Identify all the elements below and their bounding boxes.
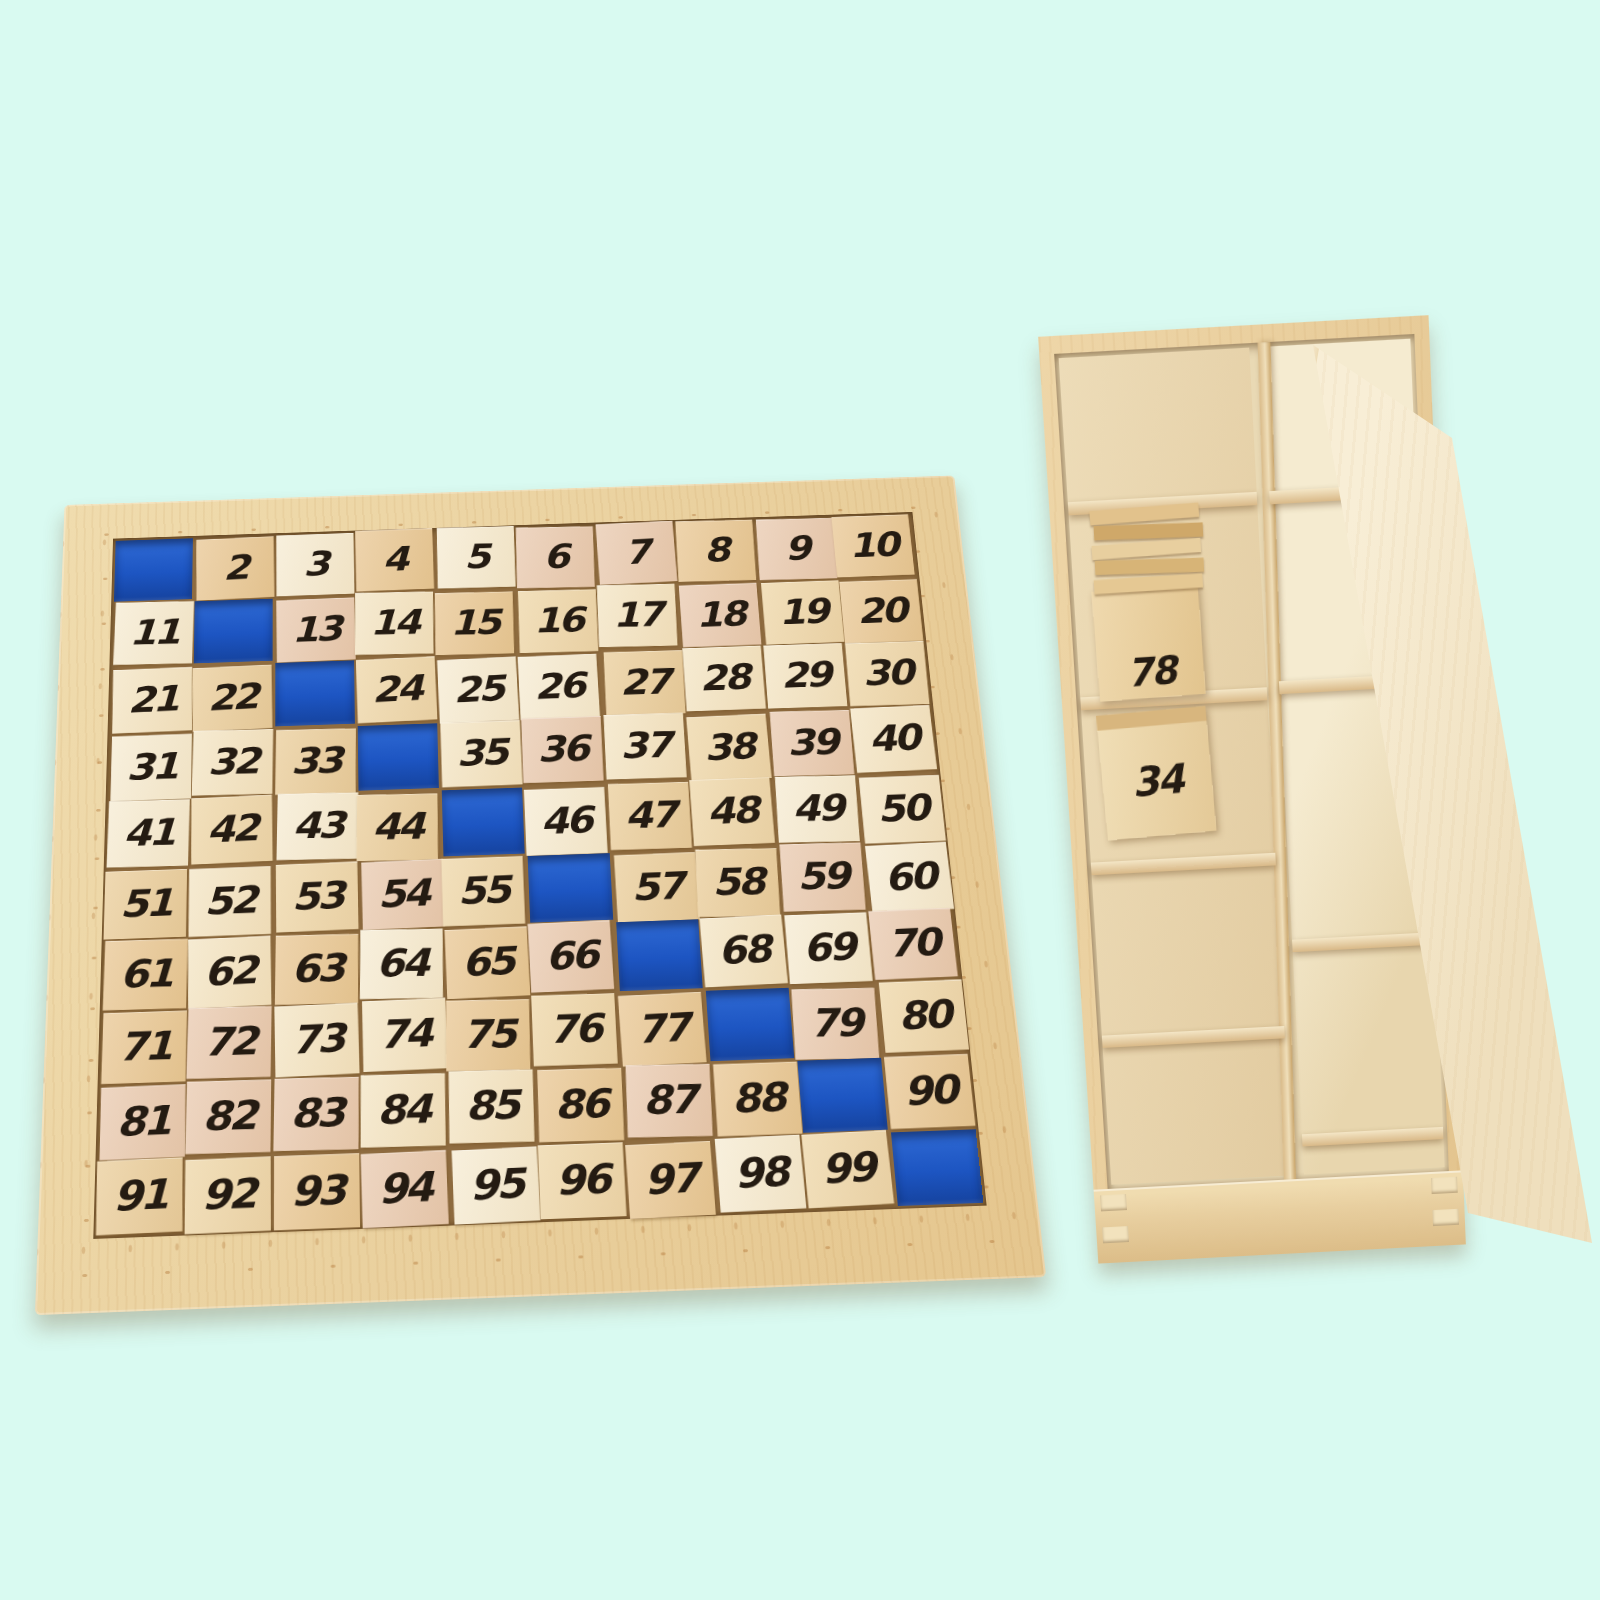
tile-77[interactable]: 77 xyxy=(618,992,707,1067)
tile-88[interactable]: 88 xyxy=(713,1062,803,1137)
board-grid: 2345678910111314151617181920212224252627… xyxy=(93,512,986,1239)
tile-47[interactable]: 47 xyxy=(607,781,691,849)
tile-40[interactable]: 40 xyxy=(850,705,937,773)
empty-square-67[interactable] xyxy=(616,920,703,992)
tray-tile-78[interactable]: 78 xyxy=(1091,584,1205,702)
tile-72[interactable]: 72 xyxy=(186,1006,271,1079)
tile-35[interactable]: 35 xyxy=(441,719,523,787)
tile-30[interactable]: 30 xyxy=(845,641,930,706)
tile-76[interactable]: 76 xyxy=(532,993,619,1066)
tile-15[interactable]: 15 xyxy=(435,591,515,655)
finger-joint xyxy=(1432,1209,1459,1226)
tile-3[interactable]: 3 xyxy=(277,533,355,596)
tile-4[interactable]: 4 xyxy=(355,528,434,591)
tile-74[interactable]: 74 xyxy=(362,998,448,1072)
empty-square-45[interactable] xyxy=(442,787,525,856)
tile-85[interactable]: 85 xyxy=(449,1069,535,1143)
finger-joint xyxy=(1100,1194,1127,1211)
tile-91[interactable]: 91 xyxy=(96,1157,183,1235)
stacked-tile-edge[interactable] xyxy=(1094,573,1203,594)
empty-square-34[interactable] xyxy=(358,723,439,790)
tile-79[interactable]: 79 xyxy=(791,988,879,1060)
tile-70[interactable]: 70 xyxy=(868,908,958,980)
tile-55[interactable]: 55 xyxy=(442,856,526,926)
empty-square-100[interactable] xyxy=(891,1129,984,1206)
tile-61[interactable]: 61 xyxy=(103,939,188,1011)
tile-36[interactable]: 36 xyxy=(522,716,605,783)
tile-54[interactable]: 54 xyxy=(362,858,446,929)
tile-24[interactable]: 24 xyxy=(356,656,438,723)
tile-50[interactable]: 50 xyxy=(859,775,946,844)
tile-64[interactable]: 64 xyxy=(360,929,443,1000)
tile-59[interactable]: 59 xyxy=(779,842,865,911)
tile-19[interactable]: 19 xyxy=(761,580,845,644)
hundred-board-frame: 2345678910111314151617181920212224252627… xyxy=(35,476,1046,1316)
tile-11[interactable]: 11 xyxy=(113,601,194,665)
tile-25[interactable]: 25 xyxy=(437,656,519,723)
tile-20[interactable]: 20 xyxy=(839,579,923,643)
stacked-tile-edge[interactable] xyxy=(1094,522,1204,540)
empty-square-78[interactable] xyxy=(706,988,795,1061)
tile-22[interactable]: 22 xyxy=(193,664,273,731)
tile-81[interactable]: 81 xyxy=(100,1084,186,1160)
tile-41[interactable]: 41 xyxy=(107,799,190,867)
tile-31[interactable]: 31 xyxy=(110,733,192,801)
tile-39[interactable]: 39 xyxy=(770,710,855,776)
tile-83[interactable]: 83 xyxy=(274,1077,360,1151)
tile-73[interactable]: 73 xyxy=(275,1003,360,1078)
scene: 2345678910111314151617181920212224252627… xyxy=(0,0,1600,1600)
stacked-spare-tiles[interactable] xyxy=(1089,504,1203,597)
tile-18[interactable]: 18 xyxy=(678,583,761,648)
tile-65[interactable]: 65 xyxy=(445,927,531,1000)
tile-75[interactable]: 75 xyxy=(446,999,531,1071)
tile-6[interactable]: 6 xyxy=(516,526,595,588)
tile-46[interactable]: 46 xyxy=(524,787,608,856)
tile-43[interactable]: 43 xyxy=(277,792,359,860)
tile-28[interactable]: 28 xyxy=(682,645,766,711)
tile-84[interactable]: 84 xyxy=(361,1073,446,1147)
tile-27[interactable]: 27 xyxy=(603,650,685,715)
tile-32[interactable]: 32 xyxy=(192,729,274,796)
tile-87[interactable]: 87 xyxy=(625,1064,712,1138)
tile-14[interactable]: 14 xyxy=(355,591,434,654)
tile-98[interactable]: 98 xyxy=(714,1135,806,1213)
tile-17[interactable]: 17 xyxy=(596,584,677,647)
tile-95[interactable]: 95 xyxy=(452,1146,541,1224)
tile-93[interactable]: 93 xyxy=(274,1153,360,1230)
tile-9[interactable]: 9 xyxy=(756,518,838,580)
tile-52[interactable]: 52 xyxy=(189,866,271,937)
tile-26[interactable]: 26 xyxy=(518,653,601,719)
stacked-tile-edge[interactable] xyxy=(1091,538,1201,560)
tile-57[interactable]: 57 xyxy=(614,852,700,923)
tile-2[interactable]: 2 xyxy=(196,536,274,600)
tile-92[interactable]: 92 xyxy=(185,1157,271,1235)
tile-60[interactable]: 60 xyxy=(865,841,954,912)
tile-33[interactable]: 33 xyxy=(275,728,356,795)
tile-21[interactable]: 21 xyxy=(112,667,192,734)
tile-71[interactable]: 71 xyxy=(101,1011,187,1084)
tile-94[interactable]: 94 xyxy=(361,1150,449,1228)
tile-66[interactable]: 66 xyxy=(528,920,615,993)
empty-square-56[interactable] xyxy=(528,853,613,923)
tray-tile-34[interactable]: 34 xyxy=(1096,706,1217,841)
tile-68[interactable]: 68 xyxy=(699,915,788,988)
tile-16[interactable]: 16 xyxy=(518,589,599,653)
tile-38[interactable]: 38 xyxy=(686,713,772,781)
tile-96[interactable]: 96 xyxy=(538,1142,627,1219)
tile-58[interactable]: 58 xyxy=(695,848,780,917)
empty-square-1[interactable] xyxy=(114,538,193,601)
tile-8[interactable]: 8 xyxy=(675,520,756,582)
tile-13[interactable]: 13 xyxy=(276,597,356,662)
empty-square-23[interactable] xyxy=(275,660,355,726)
tile-80[interactable]: 80 xyxy=(879,980,969,1053)
finger-joint xyxy=(1431,1177,1458,1194)
tile-48[interactable]: 48 xyxy=(689,777,775,846)
tile-37[interactable]: 37 xyxy=(603,713,686,780)
tile-69[interactable]: 69 xyxy=(784,913,872,985)
tile-51[interactable]: 51 xyxy=(103,868,187,939)
finger-joint xyxy=(1102,1226,1129,1243)
empty-square-89[interactable] xyxy=(797,1058,888,1133)
tile-29[interactable]: 29 xyxy=(763,643,847,708)
tile-63[interactable]: 63 xyxy=(275,934,358,1005)
tile-82[interactable]: 82 xyxy=(185,1080,271,1155)
tile-86[interactable]: 86 xyxy=(538,1068,625,1142)
tile-42[interactable]: 42 xyxy=(191,794,273,864)
tile-44[interactable]: 44 xyxy=(357,793,438,861)
tile-53[interactable]: 53 xyxy=(276,861,359,932)
tile-49[interactable]: 49 xyxy=(775,775,860,842)
tile-97[interactable]: 97 xyxy=(625,1141,716,1219)
tile-7[interactable]: 7 xyxy=(595,521,677,585)
tile-99[interactable]: 99 xyxy=(801,1130,894,1208)
tile-5[interactable]: 5 xyxy=(437,526,516,589)
tile-62[interactable]: 62 xyxy=(188,936,272,1009)
tile-10[interactable]: 10 xyxy=(831,514,914,577)
empty-square-12[interactable] xyxy=(194,599,273,664)
stacked-tile-edge[interactable] xyxy=(1095,558,1204,575)
tile-90[interactable]: 90 xyxy=(884,1054,976,1129)
